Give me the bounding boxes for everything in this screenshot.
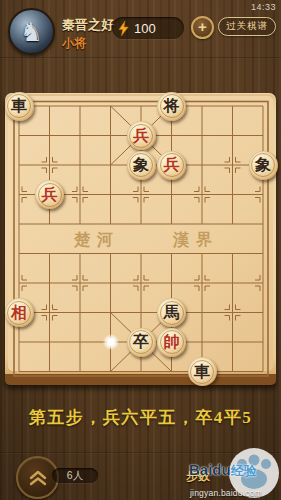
energy-value: 100 bbox=[134, 21, 156, 36]
steps-label: 步数 bbox=[186, 468, 210, 485]
add-energy-button[interactable]: + bbox=[191, 16, 214, 39]
piece-glyph: 車 bbox=[194, 364, 210, 380]
lightning-bolt-icon bbox=[118, 21, 129, 36]
player-name: 秦晋之好 bbox=[62, 16, 114, 34]
status-time: 14:33 bbox=[251, 2, 276, 12]
watermark-url: jingyan.baidu.com bbox=[190, 488, 262, 498]
piece-glyph: 帥 bbox=[164, 334, 180, 350]
xiangqi-board[interactable]: 楚河 漢界 車将兵象兵象兵相馬卒帥車 bbox=[5, 93, 276, 385]
piece-red-soldier[interactable]: 兵 bbox=[127, 121, 156, 150]
piece-glyph: 象 bbox=[255, 157, 271, 173]
avatar[interactable]: ♞ bbox=[8, 8, 55, 55]
piece-red-elephant[interactable]: 相 bbox=[5, 298, 34, 327]
piece-glyph: 馬 bbox=[164, 305, 180, 321]
piece-red-soldier[interactable]: 兵 bbox=[157, 151, 186, 180]
stage-puzzles-button[interactable]: 过关棋谱 bbox=[218, 17, 276, 36]
piece-black-soldier[interactable]: 卒 bbox=[127, 328, 156, 357]
piece-glyph: 兵 bbox=[164, 157, 180, 173]
footer-divider bbox=[0, 452, 281, 454]
move-annotation: 第五步，兵六平五，卒4平5 bbox=[0, 406, 281, 429]
piece-glyph: 象 bbox=[133, 157, 149, 173]
topbar-divider bbox=[0, 57, 281, 59]
knight-avatar-icon: ♞ bbox=[20, 17, 43, 47]
piece-glyph: 兵 bbox=[133, 128, 149, 144]
piece-black-horse[interactable]: 馬 bbox=[157, 298, 186, 327]
piece-red-soldier[interactable]: 兵 bbox=[35, 180, 64, 209]
app-screen: 14:33 ♞ 秦晋之好 小将 100 + 过关棋谱 楚河 漢界 車将兵象兵象兵… bbox=[0, 0, 281, 500]
piece-black-chariot[interactable]: 車 bbox=[188, 357, 217, 386]
piece-black-general[interactable]: 将 bbox=[157, 92, 186, 121]
energy-display: 100 bbox=[112, 17, 184, 39]
pieces-layer: 車将兵象兵象兵相馬卒帥車 bbox=[5, 93, 276, 385]
double-chevron-up-icon bbox=[28, 469, 48, 487]
piece-glyph: 相 bbox=[11, 305, 27, 321]
piece-glyph: 将 bbox=[164, 98, 180, 114]
last-move-origin-dot bbox=[103, 334, 119, 350]
piece-black-elephant[interactable]: 象 bbox=[127, 151, 156, 180]
piece-glyph: 車 bbox=[11, 98, 27, 114]
player-rank-badge: 小将 bbox=[62, 35, 86, 52]
piece-glyph: 卒 bbox=[133, 334, 149, 350]
piece-black-chariot[interactable]: 車 bbox=[5, 92, 34, 121]
baidu-paw-icon bbox=[228, 447, 280, 499]
piece-black-elephant[interactable]: 象 bbox=[249, 151, 278, 180]
piece-glyph: 兵 bbox=[42, 187, 58, 203]
piece-red-general[interactable]: 帥 bbox=[157, 328, 186, 357]
players-count[interactable]: 6人 bbox=[52, 468, 98, 483]
